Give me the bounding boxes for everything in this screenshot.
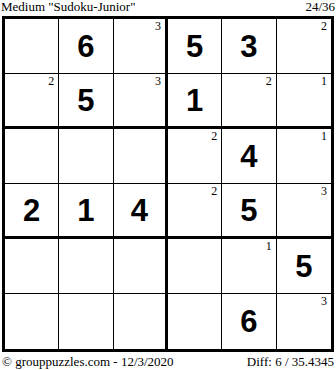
pencil-mark: 3 <box>155 75 161 88</box>
cell-r3c1[interactable] <box>5 129 59 184</box>
cell-r3c5[interactable]: 4 <box>222 129 276 184</box>
footer: © grouppuzzles.com - 12/3/2020 Diff: 6 /… <box>0 354 336 370</box>
cell-value: 5 <box>295 251 312 282</box>
cell-r2c3[interactable]: 3 <box>114 74 168 129</box>
puzzle-counter: 24/36 <box>305 0 335 14</box>
cell-value: 3 <box>240 31 257 62</box>
cell-r2c6[interactable]: 1 <box>277 74 331 129</box>
cell-r1c5[interactable]: 3 <box>222 19 276 74</box>
cell-value: 1 <box>77 195 94 226</box>
cell-r3c3[interactable] <box>114 129 168 184</box>
cell-r5c3[interactable] <box>114 239 168 294</box>
cell-r5c6[interactable]: 5 <box>277 239 331 294</box>
cell-value: 4 <box>131 195 148 226</box>
pencil-mark: 1 <box>266 240 272 253</box>
cell-r6c3[interactable] <box>114 294 168 349</box>
cell-r4c2[interactable]: 1 <box>59 184 113 239</box>
cell-r4c5[interactable]: 5 <box>222 184 276 239</box>
cell-r3c6[interactable]: 1 <box>277 129 331 184</box>
pencil-mark: 1 <box>321 130 327 143</box>
cell-r2c5[interactable]: 2 <box>222 74 276 129</box>
sudoku-board: 635322531212412142531563 <box>2 16 334 352</box>
cell-r6c5[interactable]: 6 <box>222 294 276 349</box>
cell-r6c1[interactable] <box>5 294 59 349</box>
pencil-mark: 2 <box>211 130 217 143</box>
header: Medium "Sudoku-Junior" 24/36 <box>0 0 336 16</box>
cell-r4c6[interactable]: 3 <box>277 184 331 239</box>
cell-r5c5[interactable]: 1 <box>222 239 276 294</box>
cell-value: 1 <box>186 85 203 116</box>
page-title: Medium "Sudoku-Junior" <box>1 0 135 14</box>
pencil-mark: 3 <box>155 20 161 33</box>
cell-r2c1[interactable]: 2 <box>5 74 59 129</box>
cell-r1c1[interactable] <box>5 19 59 74</box>
cell-r3c4[interactable]: 2 <box>168 129 222 184</box>
pencil-mark: 3 <box>321 295 327 308</box>
cell-r5c1[interactable] <box>5 239 59 294</box>
pencil-mark: 2 <box>266 75 272 88</box>
cell-r2c4[interactable]: 1 <box>168 74 222 129</box>
pencil-mark: 2 <box>321 20 327 33</box>
cell-r5c4[interactable] <box>168 239 222 294</box>
pencil-mark: 3 <box>321 185 327 198</box>
cell-value: 5 <box>240 195 257 226</box>
cell-value: 6 <box>77 31 94 62</box>
cell-r1c2[interactable]: 6 <box>59 19 113 74</box>
cell-r1c3[interactable]: 3 <box>114 19 168 74</box>
cell-value: 5 <box>77 85 94 116</box>
cell-r6c6[interactable]: 3 <box>277 294 331 349</box>
cell-r4c4[interactable]: 2 <box>168 184 222 239</box>
cell-r6c2[interactable] <box>59 294 113 349</box>
pencil-mark: 2 <box>211 185 217 198</box>
copyright-date: © grouppuzzles.com - 12/3/2020 <box>2 355 174 369</box>
cell-value: 4 <box>240 141 257 172</box>
cell-value: 6 <box>240 306 257 337</box>
difficulty-label: Diff: 6 / 35.4345 <box>247 355 334 369</box>
cell-r1c4[interactable]: 5 <box>168 19 222 74</box>
cell-r3c2[interactable] <box>59 129 113 184</box>
cell-r6c4[interactable] <box>168 294 222 349</box>
cell-r4c1[interactable]: 2 <box>5 184 59 239</box>
pencil-mark: 2 <box>48 75 54 88</box>
cell-r1c6[interactable]: 2 <box>277 19 331 74</box>
pencil-mark: 1 <box>321 75 327 88</box>
cell-value: 5 <box>186 31 203 62</box>
cell-r5c2[interactable] <box>59 239 113 294</box>
cell-r2c2[interactable]: 5 <box>59 74 113 129</box>
cell-value: 2 <box>23 195 40 226</box>
cell-r4c3[interactable]: 4 <box>114 184 168 239</box>
